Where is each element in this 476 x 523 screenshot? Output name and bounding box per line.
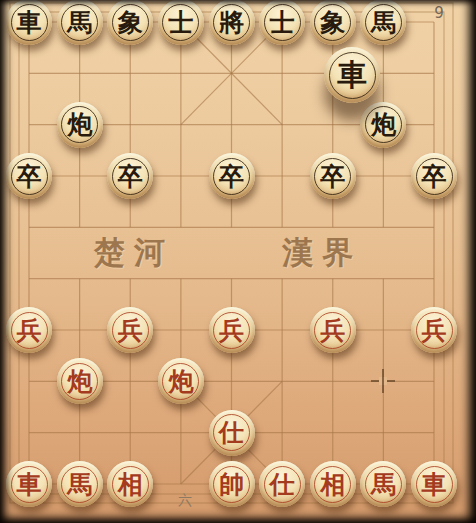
piece-glyph: 炮	[371, 112, 396, 137]
black-piece-卒[interactable]: 卒	[107, 153, 153, 199]
red-file-indicator: 六	[178, 492, 192, 510]
red-piece-馬[interactable]: 馬	[360, 461, 406, 507]
black-piece-將[interactable]: 將	[209, 0, 255, 45]
piece-glyph: 炮	[67, 369, 92, 394]
piece-glyph: 將	[219, 10, 244, 35]
black-piece-卒[interactable]: 卒	[209, 153, 255, 199]
black-piece-馬[interactable]: 馬	[57, 0, 103, 45]
piece-glyph: 士	[168, 10, 193, 35]
river-label-left: 楚河	[94, 232, 174, 274]
red-piece-相[interactable]: 相	[310, 461, 356, 507]
piece-glyph: 兵	[118, 318, 143, 343]
black-piece-象[interactable]: 象	[107, 0, 153, 45]
piece-glyph: 馬	[67, 472, 92, 497]
piece-glyph: 相	[118, 472, 143, 497]
piece-glyph: 炮	[67, 112, 92, 137]
piece-glyph: 象	[320, 10, 345, 35]
black-piece-車[interactable]: 車	[6, 0, 52, 45]
piece-glyph: 馬	[67, 10, 92, 35]
red-piece-仕[interactable]: 仕	[209, 410, 255, 456]
piece-glyph: 車	[337, 60, 367, 90]
xiangqi-board[interactable]: 楚河 漢界 9 六 車馬象士將士象馬炮炮卒卒卒卒卒兵兵兵兵兵炮炮仕車馬相帥仕相馬…	[0, 0, 476, 523]
red-piece-兵[interactable]: 兵	[6, 307, 52, 353]
piece-glyph: 兵	[17, 318, 42, 343]
piece-glyph: 卒	[320, 164, 345, 189]
piece-glyph: 車	[17, 472, 42, 497]
piece-glyph: 仕	[219, 420, 244, 445]
piece-glyph: 馬	[371, 472, 396, 497]
piece-glyph: 帥	[219, 472, 244, 497]
piece-glyph: 兵	[422, 318, 447, 343]
black-piece-卒[interactable]: 卒	[411, 153, 457, 199]
black-piece-炮[interactable]: 炮	[57, 102, 103, 148]
red-piece-馬[interactable]: 馬	[57, 461, 103, 507]
red-piece-兵[interactable]: 兵	[411, 307, 457, 353]
black-piece-士[interactable]: 士	[259, 0, 305, 45]
black-piece-象[interactable]: 象	[310, 0, 356, 45]
red-piece-車[interactable]: 車	[6, 461, 52, 507]
piece-glyph: 仕	[270, 472, 295, 497]
river-label-right: 漢界	[282, 232, 362, 274]
red-piece-相[interactable]: 相	[107, 461, 153, 507]
red-piece-帥[interactable]: 帥	[209, 461, 255, 507]
red-piece-兵[interactable]: 兵	[209, 307, 255, 353]
piece-glyph: 炮	[168, 369, 193, 394]
piece-glyph: 象	[118, 10, 143, 35]
red-piece-兵[interactable]: 兵	[310, 307, 356, 353]
red-piece-兵[interactable]: 兵	[107, 307, 153, 353]
black-piece-卒[interactable]: 卒	[310, 153, 356, 199]
piece-glyph: 兵	[219, 318, 244, 343]
red-piece-炮[interactable]: 炮	[57, 358, 103, 404]
piece-glyph: 卒	[422, 164, 447, 189]
piece-glyph: 兵	[320, 318, 345, 343]
piece-glyph: 卒	[219, 164, 244, 189]
red-piece-仕[interactable]: 仕	[259, 461, 305, 507]
piece-glyph: 卒	[17, 164, 42, 189]
piece-glyph: 馬	[371, 10, 396, 35]
piece-glyph: 相	[320, 472, 345, 497]
piece-glyph: 車	[17, 10, 42, 35]
red-piece-車[interactable]: 車	[411, 461, 457, 507]
black-file-indicator: 9	[434, 4, 444, 22]
black-piece-炮[interactable]: 炮	[360, 102, 406, 148]
red-piece-炮[interactable]: 炮	[158, 358, 204, 404]
black-piece-馬[interactable]: 馬	[360, 0, 406, 45]
piece-glyph: 卒	[118, 164, 143, 189]
black-piece-士[interactable]: 士	[158, 0, 204, 45]
piece-glyph: 士	[270, 10, 295, 35]
black-piece-卒[interactable]: 卒	[6, 153, 52, 199]
piece-glyph: 車	[422, 472, 447, 497]
moving-black-piece-車[interactable]: 車	[324, 47, 380, 103]
